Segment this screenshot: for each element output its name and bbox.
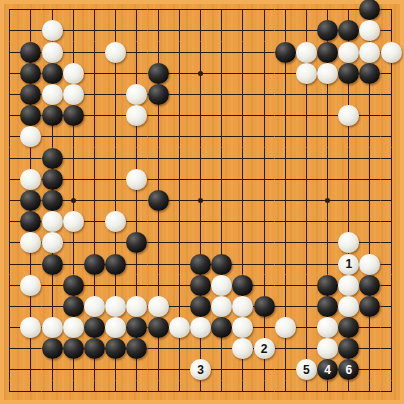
intersection[interactable] [253, 105, 274, 126]
intersection[interactable] [190, 211, 211, 232]
intersection[interactable] [63, 126, 84, 147]
intersection[interactable] [211, 232, 232, 253]
intersection[interactable] [338, 20, 359, 41]
intersection[interactable] [232, 211, 253, 232]
intersection[interactable] [63, 338, 84, 359]
intersection[interactable] [84, 275, 105, 296]
intersection[interactable] [190, 232, 211, 253]
intersection[interactable] [275, 126, 296, 147]
intersection[interactable] [381, 296, 402, 317]
intersection[interactable] [338, 0, 359, 20]
intersection[interactable] [84, 338, 105, 359]
intersection[interactable] [148, 0, 169, 20]
intersection[interactable] [232, 20, 253, 41]
intersection[interactable] [63, 232, 84, 253]
intersection[interactable] [105, 275, 126, 296]
intersection[interactable] [381, 126, 402, 147]
intersection[interactable] [42, 148, 63, 169]
intersection[interactable] [126, 275, 147, 296]
intersection[interactable] [317, 381, 338, 402]
intersection[interactable] [381, 381, 402, 402]
intersection[interactable] [63, 105, 84, 126]
intersection[interactable] [190, 0, 211, 20]
intersection[interactable] [381, 20, 402, 41]
intersection[interactable] [105, 359, 126, 380]
intersection[interactable] [42, 169, 63, 190]
intersection[interactable] [253, 148, 274, 169]
intersection[interactable] [169, 296, 190, 317]
intersection[interactable] [42, 338, 63, 359]
intersection[interactable] [190, 381, 211, 402]
intersection[interactable] [253, 84, 274, 105]
intersection[interactable] [296, 338, 317, 359]
intersection[interactable] [296, 84, 317, 105]
intersection[interactable] [211, 275, 232, 296]
intersection[interactable] [126, 20, 147, 41]
intersection[interactable] [126, 359, 147, 380]
intersection[interactable] [211, 63, 232, 84]
intersection[interactable] [190, 105, 211, 126]
intersection[interactable] [338, 84, 359, 105]
intersection[interactable] [0, 148, 20, 169]
intersection[interactable] [0, 169, 20, 190]
intersection[interactable] [232, 317, 253, 338]
intersection[interactable] [169, 275, 190, 296]
intersection[interactable] [63, 42, 84, 63]
intersection[interactable] [338, 275, 359, 296]
intersection[interactable] [253, 317, 274, 338]
intersection[interactable] [338, 126, 359, 147]
intersection[interactable] [296, 42, 317, 63]
intersection[interactable] [381, 359, 402, 380]
intersection[interactable] [232, 253, 253, 274]
intersection[interactable] [381, 317, 402, 338]
intersection[interactable] [190, 169, 211, 190]
intersection[interactable] [275, 296, 296, 317]
intersection[interactable] [169, 0, 190, 20]
intersection[interactable] [20, 148, 41, 169]
intersection[interactable] [126, 126, 147, 147]
intersection[interactable] [317, 20, 338, 41]
intersection[interactable] [232, 84, 253, 105]
intersection[interactable] [359, 317, 380, 338]
intersection[interactable] [317, 148, 338, 169]
intersection[interactable] [84, 359, 105, 380]
intersection[interactable] [317, 211, 338, 232]
intersection[interactable] [63, 148, 84, 169]
intersection[interactable] [20, 381, 41, 402]
intersection[interactable] [253, 20, 274, 41]
intersection[interactable] [317, 190, 338, 211]
intersection[interactable] [0, 253, 20, 274]
intersection[interactable] [232, 232, 253, 253]
intersection[interactable] [42, 317, 63, 338]
intersection[interactable] [381, 275, 402, 296]
intersection[interactable] [296, 232, 317, 253]
intersection[interactable] [296, 148, 317, 169]
intersection[interactable] [359, 211, 380, 232]
intersection[interactable] [275, 105, 296, 126]
intersection[interactable] [63, 63, 84, 84]
intersection[interactable] [84, 20, 105, 41]
intersection[interactable] [0, 63, 20, 84]
intersection[interactable] [105, 63, 126, 84]
intersection[interactable] [317, 275, 338, 296]
intersection[interactable] [0, 84, 20, 105]
intersection[interactable] [105, 253, 126, 274]
intersection[interactable] [169, 232, 190, 253]
intersection[interactable] [317, 84, 338, 105]
intersection[interactable] [296, 296, 317, 317]
intersection[interactable] [253, 253, 274, 274]
intersection[interactable] [42, 20, 63, 41]
intersection[interactable] [211, 338, 232, 359]
intersection[interactable] [190, 148, 211, 169]
intersection[interactable] [338, 169, 359, 190]
intersection[interactable] [0, 42, 20, 63]
intersection[interactable] [169, 190, 190, 211]
intersection[interactable] [211, 317, 232, 338]
intersection[interactable] [211, 296, 232, 317]
intersection[interactable] [42, 126, 63, 147]
intersection[interactable] [275, 169, 296, 190]
intersection[interactable] [338, 105, 359, 126]
intersection[interactable] [42, 253, 63, 274]
intersection[interactable] [381, 105, 402, 126]
intersection[interactable] [275, 381, 296, 402]
intersection[interactable] [0, 381, 20, 402]
intersection[interactable] [296, 105, 317, 126]
intersection[interactable] [63, 211, 84, 232]
intersection[interactable] [126, 169, 147, 190]
intersection[interactable] [20, 359, 41, 380]
intersection[interactable] [169, 359, 190, 380]
intersection[interactable] [126, 148, 147, 169]
intersection[interactable] [317, 338, 338, 359]
intersection[interactable] [63, 84, 84, 105]
intersection[interactable] [126, 84, 147, 105]
intersection[interactable] [126, 232, 147, 253]
intersection[interactable] [126, 338, 147, 359]
intersection[interactable] [359, 381, 380, 402]
intersection[interactable] [148, 63, 169, 84]
intersection[interactable] [190, 317, 211, 338]
intersection[interactable] [296, 211, 317, 232]
intersection[interactable] [211, 148, 232, 169]
intersection[interactable] [253, 275, 274, 296]
intersection[interactable] [84, 148, 105, 169]
intersection[interactable] [63, 317, 84, 338]
intersection[interactable] [126, 190, 147, 211]
intersection[interactable] [211, 359, 232, 380]
intersection[interactable] [275, 253, 296, 274]
intersection[interactable] [359, 296, 380, 317]
intersection[interactable] [296, 317, 317, 338]
intersection[interactable] [169, 317, 190, 338]
intersection[interactable] [211, 253, 232, 274]
intersection[interactable] [20, 20, 41, 41]
intersection[interactable] [359, 84, 380, 105]
intersection[interactable] [253, 126, 274, 147]
intersection[interactable] [338, 338, 359, 359]
intersection[interactable] [20, 317, 41, 338]
intersection[interactable] [169, 381, 190, 402]
intersection[interactable] [42, 84, 63, 105]
intersection[interactable] [42, 381, 63, 402]
intersection[interactable] [20, 169, 41, 190]
intersection[interactable] [42, 296, 63, 317]
intersection[interactable] [148, 275, 169, 296]
intersection[interactable] [253, 0, 274, 20]
intersection[interactable] [190, 63, 211, 84]
intersection[interactable] [42, 105, 63, 126]
intersection[interactable] [253, 359, 274, 380]
intersection[interactable] [211, 190, 232, 211]
intersection[interactable]: 5 [296, 359, 317, 380]
intersection[interactable] [338, 148, 359, 169]
intersection[interactable] [359, 190, 380, 211]
intersection[interactable] [359, 42, 380, 63]
intersection[interactable] [211, 126, 232, 147]
intersection[interactable] [20, 84, 41, 105]
intersection[interactable] [211, 169, 232, 190]
intersection[interactable] [359, 105, 380, 126]
intersection[interactable] [148, 42, 169, 63]
intersection[interactable] [381, 232, 402, 253]
intersection[interactable] [275, 63, 296, 84]
intersection[interactable] [84, 0, 105, 20]
intersection[interactable] [381, 0, 402, 20]
intersection[interactable] [0, 338, 20, 359]
intersection[interactable] [253, 190, 274, 211]
intersection[interactable] [211, 42, 232, 63]
intersection[interactable]: 6 [338, 359, 359, 380]
intersection[interactable] [148, 84, 169, 105]
intersection[interactable] [148, 169, 169, 190]
intersection[interactable] [253, 211, 274, 232]
intersection[interactable] [20, 232, 41, 253]
intersection[interactable] [359, 275, 380, 296]
intersection[interactable] [317, 0, 338, 20]
intersection[interactable] [126, 253, 147, 274]
intersection[interactable] [359, 359, 380, 380]
intersection[interactable] [42, 275, 63, 296]
intersection[interactable] [338, 317, 359, 338]
intersection[interactable] [20, 338, 41, 359]
intersection[interactable] [296, 169, 317, 190]
intersection[interactable] [359, 253, 380, 274]
intersection[interactable]: 1 [338, 253, 359, 274]
intersection[interactable] [84, 169, 105, 190]
intersection[interactable] [0, 0, 20, 20]
intersection[interactable] [190, 190, 211, 211]
intersection[interactable] [105, 84, 126, 105]
intersection[interactable] [359, 338, 380, 359]
intersection[interactable] [317, 42, 338, 63]
intersection[interactable] [190, 84, 211, 105]
intersection[interactable] [169, 63, 190, 84]
intersection[interactable] [84, 42, 105, 63]
intersection[interactable] [275, 275, 296, 296]
intersection[interactable] [169, 253, 190, 274]
intersection[interactable] [148, 211, 169, 232]
intersection[interactable] [211, 105, 232, 126]
intersection[interactable] [63, 359, 84, 380]
intersection[interactable] [42, 42, 63, 63]
intersection[interactable] [190, 296, 211, 317]
intersection[interactable] [63, 253, 84, 274]
intersection[interactable] [317, 105, 338, 126]
intersection[interactable] [63, 190, 84, 211]
intersection[interactable] [84, 317, 105, 338]
intersection[interactable] [84, 211, 105, 232]
intersection[interactable] [105, 381, 126, 402]
intersection[interactable] [190, 42, 211, 63]
intersection[interactable] [232, 63, 253, 84]
intersection[interactable] [126, 211, 147, 232]
intersection[interactable] [169, 169, 190, 190]
intersection[interactable] [84, 84, 105, 105]
intersection[interactable] [296, 63, 317, 84]
intersection[interactable] [275, 84, 296, 105]
intersection[interactable] [253, 42, 274, 63]
intersection[interactable] [42, 190, 63, 211]
intersection[interactable] [190, 20, 211, 41]
intersection[interactable] [381, 338, 402, 359]
intersection[interactable] [0, 105, 20, 126]
intersection[interactable] [169, 148, 190, 169]
intersection[interactable] [253, 63, 274, 84]
intersection[interactable] [105, 211, 126, 232]
intersection[interactable] [84, 190, 105, 211]
intersection[interactable] [20, 105, 41, 126]
intersection[interactable] [126, 317, 147, 338]
intersection[interactable] [275, 232, 296, 253]
intersection[interactable] [148, 105, 169, 126]
intersection[interactable]: 2 [253, 338, 274, 359]
intersection[interactable] [253, 232, 274, 253]
intersection[interactable] [359, 0, 380, 20]
intersection[interactable] [169, 84, 190, 105]
intersection[interactable] [84, 126, 105, 147]
intersection[interactable] [253, 169, 274, 190]
intersection[interactable] [169, 42, 190, 63]
intersection[interactable] [42, 211, 63, 232]
intersection[interactable] [381, 63, 402, 84]
intersection[interactable] [190, 126, 211, 147]
intersection[interactable] [359, 20, 380, 41]
intersection[interactable] [317, 317, 338, 338]
intersection[interactable] [211, 84, 232, 105]
intersection[interactable] [253, 296, 274, 317]
intersection[interactable] [338, 211, 359, 232]
intersection[interactable] [0, 232, 20, 253]
intersection[interactable] [232, 359, 253, 380]
intersection[interactable] [126, 296, 147, 317]
intersection[interactable] [20, 296, 41, 317]
intersection[interactable] [105, 169, 126, 190]
intersection[interactable] [20, 63, 41, 84]
intersection[interactable] [105, 338, 126, 359]
intersection[interactable] [338, 232, 359, 253]
intersection[interactable] [63, 169, 84, 190]
intersection[interactable] [296, 190, 317, 211]
intersection[interactable] [359, 126, 380, 147]
intersection[interactable] [190, 253, 211, 274]
intersection[interactable] [275, 20, 296, 41]
intersection[interactable] [63, 296, 84, 317]
intersection[interactable] [126, 42, 147, 63]
intersection[interactable] [275, 211, 296, 232]
intersection[interactable] [359, 232, 380, 253]
intersection[interactable] [84, 105, 105, 126]
intersection[interactable] [42, 359, 63, 380]
intersection[interactable] [232, 190, 253, 211]
intersection[interactable] [232, 381, 253, 402]
intersection[interactable] [275, 148, 296, 169]
intersection[interactable] [105, 42, 126, 63]
intersection[interactable] [317, 296, 338, 317]
intersection[interactable] [148, 359, 169, 380]
intersection[interactable] [317, 126, 338, 147]
intersection[interactable] [148, 338, 169, 359]
intersection[interactable] [63, 275, 84, 296]
intersection[interactable] [105, 232, 126, 253]
intersection[interactable] [105, 148, 126, 169]
intersection[interactable] [42, 63, 63, 84]
intersection[interactable] [126, 105, 147, 126]
intersection[interactable] [20, 253, 41, 274]
intersection[interactable]: 3 [190, 359, 211, 380]
intersection[interactable] [381, 42, 402, 63]
intersection[interactable] [148, 148, 169, 169]
intersection[interactable] [381, 211, 402, 232]
intersection[interactable] [211, 20, 232, 41]
intersection[interactable] [381, 148, 402, 169]
intersection[interactable] [148, 296, 169, 317]
intersection[interactable] [20, 190, 41, 211]
intersection[interactable] [148, 20, 169, 41]
intersection[interactable] [381, 84, 402, 105]
intersection[interactable] [0, 126, 20, 147]
intersection[interactable] [20, 42, 41, 63]
intersection[interactable] [317, 253, 338, 274]
intersection[interactable] [0, 296, 20, 317]
intersection[interactable] [0, 211, 20, 232]
intersection[interactable] [148, 317, 169, 338]
intersection[interactable] [169, 126, 190, 147]
intersection[interactable] [296, 0, 317, 20]
intersection[interactable] [148, 190, 169, 211]
intersection[interactable] [296, 20, 317, 41]
intersection[interactable] [338, 42, 359, 63]
intersection[interactable] [232, 105, 253, 126]
intersection[interactable] [105, 20, 126, 41]
intersection[interactable]: 4 [317, 359, 338, 380]
intersection[interactable] [232, 148, 253, 169]
intersection[interactable] [359, 169, 380, 190]
intersection[interactable] [232, 338, 253, 359]
intersection[interactable] [148, 381, 169, 402]
intersection[interactable] [169, 105, 190, 126]
intersection[interactable] [190, 275, 211, 296]
intersection[interactable] [338, 63, 359, 84]
intersection[interactable] [169, 211, 190, 232]
intersection[interactable] [253, 381, 274, 402]
intersection[interactable] [105, 126, 126, 147]
intersection[interactable] [317, 63, 338, 84]
intersection[interactable] [381, 253, 402, 274]
